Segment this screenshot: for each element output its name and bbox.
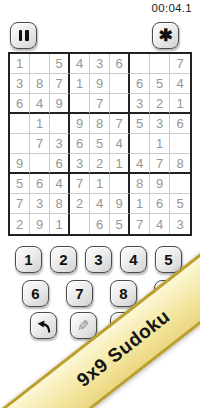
board-cell-r7c7[interactable]: 8 (130, 174, 150, 194)
game-timer: 00:04.1 (152, 2, 192, 14)
pause-button[interactable] (10, 22, 37, 49)
board-cell-r8c9[interactable]: 5 (170, 194, 190, 214)
board-cell-r3c5[interactable]: 7 (90, 94, 110, 114)
board-cell-r1c3[interactable]: 5 (50, 54, 70, 74)
board-cell-r5c6[interactable]: 4 (110, 134, 130, 154)
board-cell-r7c6[interactable] (110, 174, 130, 194)
board-cell-r4c5[interactable]: 8 (90, 114, 110, 134)
board-cell-r6c6[interactable]: 1 (110, 154, 130, 174)
board-cell-r8c4[interactable]: 2 (70, 194, 90, 214)
board-cell-r2c1[interactable]: 3 (10, 74, 30, 94)
board-cell-r1c7[interactable] (130, 54, 150, 74)
board-cell-r9c6[interactable]: 5 (110, 214, 130, 234)
pencil-button[interactable]: ✎ (70, 312, 97, 339)
board-cell-r8c7[interactable]: 1 (130, 194, 150, 214)
board-cell-r1c8[interactable] (150, 54, 170, 74)
board-cell-r9c2[interactable]: 9 (30, 214, 50, 234)
board-cell-r5c8[interactable]: 1 (150, 134, 170, 154)
board-cell-r5c2[interactable]: 7 (30, 134, 50, 154)
digit-button-1[interactable]: 1 (15, 246, 42, 273)
board-cell-r4c3[interactable] (50, 114, 70, 134)
board-cell-r9c9[interactable]: 3 (170, 214, 190, 234)
board-cell-r1c2[interactable] (30, 54, 50, 74)
board-cell-r6c3[interactable]: 6 (50, 154, 70, 174)
board-cell-r9c3[interactable]: 1 (50, 214, 70, 234)
board-cell-r3c7[interactable]: 3 (130, 94, 150, 114)
board-cell-r3c9[interactable]: 1 (170, 94, 190, 114)
digit-button-8[interactable]: 8 (110, 280, 137, 307)
board-cell-r9c1[interactable]: 2 (10, 214, 30, 234)
board-cell-r5c7[interactable] (130, 134, 150, 154)
board-cell-r9c8[interactable]: 4 (150, 214, 170, 234)
digit-button-7[interactable]: 7 (66, 280, 93, 307)
board-cell-r8c6[interactable]: 9 (110, 194, 130, 214)
board-cell-r7c9[interactable] (170, 174, 190, 194)
board-cell-r6c5[interactable]: 2 (90, 154, 110, 174)
board-cell-r3c1[interactable]: 6 (10, 94, 30, 114)
board-cell-r1c9[interactable]: 7 (170, 54, 190, 74)
board-cell-r9c5[interactable]: 6 (90, 214, 110, 234)
board-cell-r2c6[interactable] (110, 74, 130, 94)
board-cell-r6c8[interactable]: 7 (150, 154, 170, 174)
keypad-row-1: 1 2 3 4 5 (15, 246, 182, 273)
digit-button-2[interactable]: 2 (50, 246, 77, 273)
board-cell-r3c3[interactable]: 9 (50, 94, 70, 114)
pencil-icon: ✎ (77, 317, 90, 335)
board-cell-r7c3[interactable]: 4 (50, 174, 70, 194)
board-cell-r4c9[interactable]: 6 (170, 114, 190, 134)
sudoku-app: 00:04.1 ✱ 154367387196546497321198753673… (0, 0, 200, 408)
board-cell-r7c4[interactable]: 7 (70, 174, 90, 194)
board-cell-r2c4[interactable]: 1 (70, 74, 90, 94)
board-cell-r7c8[interactable]: 9 (150, 174, 170, 194)
board-cell-r7c1[interactable]: 5 (10, 174, 30, 194)
board-cell-r7c2[interactable]: 6 (30, 174, 50, 194)
board-cell-r1c6[interactable]: 6 (110, 54, 130, 74)
board-cell-r3c6[interactable] (110, 94, 130, 114)
board-cell-r2c7[interactable]: 6 (130, 74, 150, 94)
board-cell-r4c7[interactable]: 5 (130, 114, 150, 134)
board-cell-r1c4[interactable]: 4 (70, 54, 90, 74)
board-cell-r7c5[interactable]: 1 (90, 174, 110, 194)
board-cell-r6c2[interactable] (30, 154, 50, 174)
board-cell-r5c5[interactable]: 5 (90, 134, 110, 154)
board-cell-r3c4[interactable] (70, 94, 90, 114)
digit-button-3[interactable]: 3 (85, 246, 112, 273)
board-cell-r8c3[interactable]: 8 (50, 194, 70, 214)
board-cell-r4c1[interactable] (10, 114, 30, 134)
board-cell-r2c2[interactable]: 8 (30, 74, 50, 94)
board-cell-r2c9[interactable]: 4 (170, 74, 190, 94)
board-cell-r2c8[interactable]: 5 (150, 74, 170, 94)
board-cell-r8c5[interactable]: 4 (90, 194, 110, 214)
board-cell-r2c3[interactable]: 7 (50, 74, 70, 94)
board-cell-r4c8[interactable]: 3 (150, 114, 170, 134)
board-cell-r8c1[interactable]: 7 (10, 194, 30, 214)
board-cell-r9c7[interactable]: 7 (130, 214, 150, 234)
gear-icon: ✱ (158, 27, 172, 44)
board-cell-r5c3[interactable]: 3 (50, 134, 70, 154)
board-cell-r4c4[interactable]: 9 (70, 114, 90, 134)
board-cell-r4c2[interactable]: 1 (30, 114, 50, 134)
digit-button-4[interactable]: 4 (120, 246, 147, 273)
board-cell-r2c5[interactable]: 9 (90, 74, 110, 94)
sudoku-board: 1543673871965464973211987536736541963214… (8, 52, 192, 236)
board-cell-r5c9[interactable] (170, 134, 190, 154)
board-cell-r3c8[interactable]: 2 (150, 94, 170, 114)
undo-arrow-icon (36, 318, 52, 334)
digit-button-6[interactable]: 6 (22, 280, 49, 307)
board-cell-r9c4[interactable] (70, 214, 90, 234)
undo-button[interactable] (30, 312, 57, 339)
board-cell-r3c2[interactable]: 4 (30, 94, 50, 114)
board-cell-r8c8[interactable]: 6 (150, 194, 170, 214)
board-cell-r8c2[interactable]: 3 (30, 194, 50, 214)
board-cell-r6c7[interactable]: 4 (130, 154, 150, 174)
board-cell-r1c1[interactable]: 1 (10, 54, 30, 74)
board-cell-r5c4[interactable]: 6 (70, 134, 90, 154)
settings-button[interactable]: ✱ (152, 22, 179, 49)
board-cell-r6c4[interactable]: 3 (70, 154, 90, 174)
pause-icon (19, 30, 29, 41)
board-cell-r6c9[interactable]: 8 (170, 154, 190, 174)
board-cell-r5c1[interactable] (10, 134, 30, 154)
board-cell-r6c1[interactable]: 9 (10, 154, 30, 174)
board-cell-r1c5[interactable]: 3 (90, 54, 110, 74)
board-cell-r4c6[interactable]: 7 (110, 114, 130, 134)
